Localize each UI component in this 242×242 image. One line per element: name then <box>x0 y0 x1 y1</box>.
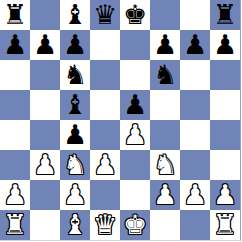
piece-black-rook[interactable]: ♜ <box>3 1 27 28</box>
piece-white-pawn[interactable]: ♟ <box>63 181 87 208</box>
piece-black-queen[interactable]: ♛ <box>93 1 117 28</box>
square-d6[interactable] <box>90 60 120 90</box>
chess-board-frame: ♜♝♛♚♜♟♟♟♟♟♟♞♞♝♟♟♟♟♞♟♞♟♟♟♟♟♜♝♛♚♜ <box>0 0 242 242</box>
square-h6[interactable] <box>210 60 240 90</box>
square-e7[interactable] <box>120 30 150 60</box>
square-d3[interactable]: ♟ <box>90 150 120 180</box>
square-a3[interactable] <box>0 150 30 180</box>
piece-black-pawn[interactable]: ♟ <box>213 31 237 58</box>
piece-black-bishop[interactable]: ♝ <box>63 1 87 28</box>
square-c6[interactable]: ♞ <box>60 60 90 90</box>
square-a7[interactable]: ♟ <box>0 30 30 60</box>
piece-black-rook[interactable]: ♜ <box>213 1 237 28</box>
square-a5[interactable] <box>0 90 30 120</box>
square-c7[interactable]: ♟ <box>60 30 90 60</box>
square-h3[interactable] <box>210 150 240 180</box>
square-e5[interactable]: ♟ <box>120 90 150 120</box>
piece-black-pawn[interactable]: ♟ <box>123 91 147 118</box>
piece-black-pawn[interactable]: ♟ <box>63 121 87 148</box>
square-c2[interactable]: ♟ <box>60 180 90 210</box>
square-d5[interactable] <box>90 90 120 120</box>
piece-white-pawn[interactable]: ♟ <box>93 151 117 178</box>
square-e3[interactable] <box>120 150 150 180</box>
square-e4[interactable]: ♟ <box>120 120 150 150</box>
square-g4[interactable] <box>180 120 210 150</box>
square-h2[interactable]: ♟ <box>210 180 240 210</box>
chess-board: ♜♝♛♚♜♟♟♟♟♟♟♞♞♝♟♟♟♟♞♟♞♟♟♟♟♟♜♝♛♚♜ <box>0 0 241 241</box>
piece-white-king[interactable]: ♚ <box>123 211 147 238</box>
square-b2[interactable] <box>30 180 60 210</box>
square-e1[interactable]: ♚ <box>120 210 150 240</box>
piece-white-rook[interactable]: ♜ <box>213 211 237 238</box>
square-f5[interactable] <box>150 90 180 120</box>
square-b8[interactable] <box>30 0 60 30</box>
piece-white-pawn[interactable]: ♟ <box>213 181 237 208</box>
piece-white-bishop[interactable]: ♝ <box>63 211 87 238</box>
square-f6[interactable]: ♞ <box>150 60 180 90</box>
piece-black-king[interactable]: ♚ <box>123 1 147 28</box>
piece-white-knight[interactable]: ♞ <box>153 151 177 178</box>
square-f1[interactable] <box>150 210 180 240</box>
piece-black-pawn[interactable]: ♟ <box>153 31 177 58</box>
piece-white-pawn[interactable]: ♟ <box>33 151 57 178</box>
square-a2[interactable]: ♟ <box>0 180 30 210</box>
square-e8[interactable]: ♚ <box>120 0 150 30</box>
square-a4[interactable] <box>0 120 30 150</box>
square-d7[interactable] <box>90 30 120 60</box>
square-f8[interactable] <box>150 0 180 30</box>
square-h8[interactable]: ♜ <box>210 0 240 30</box>
square-a1[interactable]: ♜ <box>0 210 30 240</box>
square-b6[interactable] <box>30 60 60 90</box>
piece-black-pawn[interactable]: ♟ <box>3 31 27 58</box>
square-g8[interactable] <box>180 0 210 30</box>
piece-white-pawn[interactable]: ♟ <box>153 181 177 208</box>
square-a8[interactable]: ♜ <box>0 0 30 30</box>
square-c1[interactable]: ♝ <box>60 210 90 240</box>
piece-black-bishop[interactable]: ♝ <box>63 91 87 118</box>
square-e6[interactable] <box>120 60 150 90</box>
square-d8[interactable]: ♛ <box>90 0 120 30</box>
square-f7[interactable]: ♟ <box>150 30 180 60</box>
piece-black-pawn[interactable]: ♟ <box>63 31 87 58</box>
square-e2[interactable] <box>120 180 150 210</box>
piece-black-pawn[interactable]: ♟ <box>183 31 207 58</box>
square-b3[interactable]: ♟ <box>30 150 60 180</box>
square-f3[interactable]: ♞ <box>150 150 180 180</box>
square-h7[interactable]: ♟ <box>210 30 240 60</box>
piece-white-knight[interactable]: ♞ <box>63 151 87 178</box>
square-b4[interactable] <box>30 120 60 150</box>
piece-black-knight[interactable]: ♞ <box>153 61 177 88</box>
square-g2[interactable]: ♟ <box>180 180 210 210</box>
square-g5[interactable] <box>180 90 210 120</box>
square-g3[interactable] <box>180 150 210 180</box>
piece-white-pawn[interactable]: ♟ <box>3 181 27 208</box>
piece-black-pawn[interactable]: ♟ <box>33 31 57 58</box>
square-f4[interactable] <box>150 120 180 150</box>
square-h1[interactable]: ♜ <box>210 210 240 240</box>
square-b7[interactable]: ♟ <box>30 30 60 60</box>
square-g7[interactable]: ♟ <box>180 30 210 60</box>
square-g6[interactable] <box>180 60 210 90</box>
square-g1[interactable] <box>180 210 210 240</box>
square-d1[interactable]: ♛ <box>90 210 120 240</box>
square-h4[interactable] <box>210 120 240 150</box>
piece-white-queen[interactable]: ♛ <box>93 211 117 238</box>
piece-white-rook[interactable]: ♜ <box>3 211 27 238</box>
square-c5[interactable]: ♝ <box>60 90 90 120</box>
square-b5[interactable] <box>30 90 60 120</box>
square-b1[interactable] <box>30 210 60 240</box>
square-d2[interactable] <box>90 180 120 210</box>
piece-black-knight[interactable]: ♞ <box>63 61 87 88</box>
square-a6[interactable] <box>0 60 30 90</box>
piece-white-pawn[interactable]: ♟ <box>183 181 207 208</box>
square-f2[interactable]: ♟ <box>150 180 180 210</box>
square-h5[interactable] <box>210 90 240 120</box>
square-c8[interactable]: ♝ <box>60 0 90 30</box>
square-c3[interactable]: ♞ <box>60 150 90 180</box>
piece-white-pawn[interactable]: ♟ <box>123 121 147 148</box>
square-c4[interactable]: ♟ <box>60 120 90 150</box>
square-d4[interactable] <box>90 120 120 150</box>
